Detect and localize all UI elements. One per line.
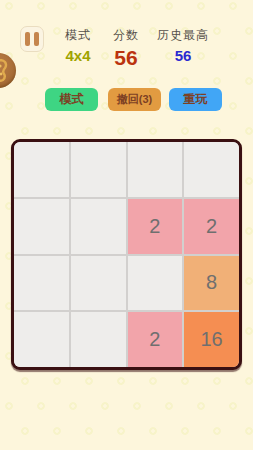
cell-r1c1: [14, 142, 69, 197]
cell-r2c1: [14, 199, 69, 254]
stat-mode-value: 4x4: [55, 47, 101, 64]
stat-score: 分数 56: [103, 27, 149, 70]
cell-r2c3: 2: [128, 199, 183, 254]
stat-mode-label: 模式: [55, 27, 101, 44]
pause-button[interactable]: [20, 26, 44, 52]
medal-icon: [0, 59, 11, 83]
stat-best-value: 56: [152, 47, 214, 64]
pause-icon: [34, 32, 39, 46]
cell-r3c1: [14, 256, 69, 311]
stat-mode: 模式 4x4: [55, 27, 101, 64]
cell-r1c3: [128, 142, 183, 197]
cell-r2c4: 2: [184, 199, 239, 254]
mode-button[interactable]: 模式: [45, 88, 98, 111]
cell-r4c4: 16: [184, 312, 239, 367]
cell-r4c1: [14, 312, 69, 367]
stat-score-label: 分数: [103, 27, 149, 44]
stat-score-value: 56: [103, 46, 149, 70]
cell-r2c2: [71, 199, 126, 254]
cell-r1c4: [184, 142, 239, 197]
cell-r1c2: [71, 142, 126, 197]
cell-r4c2: [71, 312, 126, 367]
cell-r4c3: 2: [128, 312, 183, 367]
medal-badge[interactable]: [0, 53, 16, 88]
cell-r3c2: [71, 256, 126, 311]
cell-r3c3: [128, 256, 183, 311]
stat-best-label: 历史最高: [152, 27, 214, 44]
board-grid[interactable]: 228216: [11, 139, 242, 370]
stat-best: 历史最高 56: [152, 27, 214, 64]
pause-icon: [25, 32, 30, 46]
replay-button[interactable]: 重玩: [169, 88, 222, 111]
cell-r3c4: 8: [184, 256, 239, 311]
game-screen: 模式 4x4 分数 56 历史最高 56 模式 撤回(3) 重玩 228216: [0, 0, 253, 450]
undo-button[interactable]: 撤回(3): [108, 88, 161, 111]
